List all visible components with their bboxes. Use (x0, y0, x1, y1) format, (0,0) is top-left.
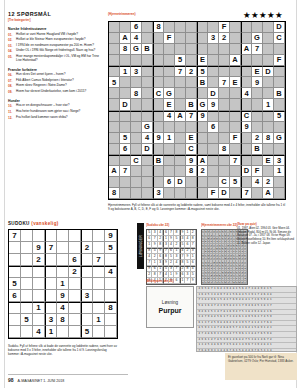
cell (186, 122, 197, 133)
cell (164, 77, 175, 88)
cell (230, 122, 241, 133)
cell: 7 (219, 77, 230, 88)
question-number: 09. (8, 90, 16, 94)
question-number: 01. (8, 33, 16, 37)
cell (142, 88, 153, 99)
question-text: Hun skrev Det annet kjønn – hvem? (16, 73, 65, 77)
cell (153, 122, 164, 133)
cell (230, 66, 241, 77)
cell (274, 44, 285, 55)
cell (109, 66, 120, 77)
cell (197, 177, 208, 188)
cell (9, 314, 21, 326)
sudoku-difficulty: (vanskelig) (31, 221, 58, 226)
solution-sudoku-grid: 5346789126721953481983425678597614234268… (146, 229, 197, 285)
cell (142, 22, 153, 33)
cell (252, 122, 263, 133)
cell (81, 254, 93, 266)
question-number: 02. (8, 38, 16, 42)
cell: 1 (263, 99, 274, 110)
cell: 1 (45, 326, 57, 338)
cell (33, 278, 45, 290)
cell (120, 188, 131, 199)
cell (131, 99, 142, 110)
cell (21, 266, 33, 278)
cell (21, 302, 33, 314)
cell: C (153, 88, 164, 99)
question-text: Hvem har skrevet Underkastelse, som kom … (16, 90, 86, 94)
cell (197, 88, 208, 99)
cell (197, 144, 208, 155)
cell (241, 33, 252, 44)
cell (93, 242, 105, 254)
cell (219, 55, 230, 66)
cell: 5 (9, 278, 21, 290)
cell (186, 33, 197, 44)
cell (45, 302, 57, 314)
cell (9, 242, 21, 254)
cell: D (175, 177, 186, 188)
quiz-question: 03.I 1994 ble en nordmann europamester p… (8, 44, 105, 48)
cell (142, 188, 153, 199)
cell (69, 302, 81, 314)
solution-word-box: Løsning Purpur (146, 286, 194, 328)
question-number: 04. (8, 49, 16, 53)
cell (263, 144, 274, 155)
cell (105, 314, 117, 326)
cell: 9 (153, 133, 164, 144)
cell: B (153, 155, 164, 166)
cell: E (164, 99, 175, 110)
cell: G (131, 44, 142, 55)
cell (175, 188, 186, 199)
cell (219, 166, 230, 177)
cell (186, 188, 197, 199)
cell (45, 254, 57, 266)
question-text: Under OL i 1996 fikk Norge ett friidrett… (16, 49, 95, 53)
cell: G (164, 88, 175, 99)
cell: F (274, 55, 285, 66)
cell: E (230, 77, 241, 88)
cell (230, 99, 241, 110)
cell (230, 88, 241, 99)
cell (230, 188, 241, 199)
cell (109, 144, 120, 155)
grid-9: 79972526724516931485381415 (8, 229, 118, 339)
cell: 6 (69, 254, 81, 266)
cell: 7 (9, 230, 21, 242)
cell (142, 33, 153, 44)
cell (230, 166, 241, 177)
cell: 8 (57, 314, 69, 326)
quiz-question: 08.Hvem skrev Ringeren i Notre-Dame? (8, 84, 105, 88)
cell: 2 (33, 254, 45, 266)
cell (274, 122, 285, 133)
cell: D (208, 88, 219, 99)
cell (81, 278, 93, 290)
cell: 9 (186, 155, 197, 166)
cell (109, 177, 120, 188)
cell (45, 290, 57, 302)
cell: 8 (120, 44, 131, 55)
cell (230, 22, 241, 33)
cell: 6 (164, 177, 175, 188)
cell: 2 (252, 133, 263, 144)
cell: 8 (263, 133, 274, 144)
cell (131, 177, 142, 188)
cell: 4 (241, 88, 252, 99)
cell: E (186, 133, 197, 144)
cell: 6 (208, 122, 219, 133)
cell (131, 111, 142, 122)
question-number: 10. (8, 104, 16, 108)
question-text: Hvilket år vant Hanne Haugland VM i høyd… (16, 33, 78, 37)
cell (274, 144, 285, 155)
cell (274, 177, 285, 188)
brainteaser-label: (Hjernetrimmeren) (108, 12, 136, 16)
cell: D (120, 99, 131, 110)
cell (69, 326, 81, 338)
cell (33, 314, 45, 326)
solutions-tab: LØSNINGER (137, 223, 144, 269)
cell (21, 254, 33, 266)
cell (164, 144, 175, 155)
cell: 3 (274, 155, 285, 166)
cell: 2 (219, 33, 230, 44)
cell: 6 (120, 144, 131, 155)
cell: 7 (45, 242, 57, 254)
cell (263, 88, 274, 99)
cell: D (142, 144, 153, 155)
cell: 2 (263, 177, 274, 188)
cell (142, 77, 153, 88)
cell (197, 44, 208, 55)
cell (252, 22, 263, 33)
cell (208, 133, 219, 144)
cell (21, 278, 33, 290)
cell: 2 (186, 66, 197, 77)
cell (109, 55, 120, 66)
cell: 9 (57, 290, 69, 302)
cell: G (252, 33, 263, 44)
question-text: Fikk Albert Camus Nobelprisen i litterat… (16, 79, 74, 83)
cell: 1 (57, 278, 69, 290)
cell (164, 22, 175, 33)
cell (230, 33, 241, 44)
cell (105, 278, 117, 290)
cell (109, 111, 120, 122)
cell (109, 155, 120, 166)
cell: D (274, 22, 285, 33)
solution-word-label: Løsning (162, 300, 178, 305)
question-number: 11. (8, 110, 16, 114)
quiz-question: 02.Hvilket år ble Steinar Hoen europames… (8, 38, 105, 42)
cell (219, 88, 230, 99)
cell (21, 326, 33, 338)
cell (142, 155, 153, 166)
solution-number-row: 768993142676158249765314 (197, 349, 296, 352)
cell (230, 111, 241, 122)
cell (241, 22, 252, 33)
question-text: Hvilket år ble Steinar Hoen europamester… (16, 38, 85, 42)
cell: A (197, 155, 208, 166)
cell: 5 (230, 177, 241, 188)
cell (9, 326, 21, 338)
cell (131, 77, 142, 88)
cell (208, 66, 219, 77)
cell: E (252, 66, 263, 77)
cell: A (120, 33, 131, 44)
cell: 1 (120, 66, 131, 77)
question-text: I 1994 ble en nordmann europamester på 2… (16, 44, 94, 48)
cell (153, 66, 164, 77)
cell: 6 (9, 290, 21, 302)
cell (197, 22, 208, 33)
question-number: 06. (8, 73, 16, 77)
cell: 4 (142, 133, 153, 144)
cell (45, 278, 57, 290)
cell (175, 33, 186, 44)
cell (9, 302, 21, 314)
cell (208, 111, 219, 122)
cell (175, 122, 186, 133)
cell (69, 290, 81, 302)
cell (33, 230, 45, 242)
brainteaser-note: Hjernetrimmeren. Fyll ut feltene slik at… (108, 204, 286, 212)
cell: 7 (175, 66, 186, 77)
cell: 4 (57, 302, 69, 314)
cell (252, 55, 263, 66)
cell (57, 326, 69, 338)
cell: C (186, 144, 197, 155)
cell (131, 188, 142, 199)
cell (131, 55, 142, 66)
cell (197, 33, 208, 44)
cell (241, 99, 252, 110)
cell (252, 88, 263, 99)
cell (45, 266, 57, 278)
picture-solution-header: (Bildegåten uke 22) (146, 279, 206, 283)
cell (21, 290, 33, 302)
cell (241, 155, 252, 166)
cell (263, 44, 274, 55)
cell (142, 55, 153, 66)
cell: F (252, 166, 263, 177)
cell (219, 133, 230, 144)
question-text: Hva er en dvergschnauzer – hvor stor? (16, 104, 69, 108)
cell (252, 188, 263, 199)
cell (208, 144, 219, 155)
cell: 4 (105, 266, 117, 278)
quiz-question: 11.Hva heter hunderasen som gjeter sau i… (8, 110, 105, 114)
cell (81, 266, 93, 278)
quiz-column: 12 SPØRSMÅL [Tre kategorier] Norske frii… (8, 11, 105, 121)
question-number: 03. (8, 44, 16, 48)
quiz-question: 04.Under OL i 1996 fikk Norge ett friidr… (8, 49, 105, 53)
cell (93, 290, 105, 302)
cell (69, 230, 81, 242)
cell: A (241, 44, 252, 55)
solution-word: Purpur (159, 307, 182, 314)
cell: G (197, 99, 208, 110)
grid-16: 68FDA4F32GC8GBA75EAF13725ED5B7E98CGD4BDE… (108, 21, 286, 200)
quiz-section-heading: Hunder (8, 99, 105, 103)
cell (197, 133, 208, 144)
question-text: Hvem skrev Ringeren i Notre-Dame? (16, 84, 67, 88)
cell (93, 302, 105, 314)
cell: F (164, 33, 175, 44)
cell (274, 188, 285, 199)
cell (208, 77, 219, 88)
quiz-question: 12.Fra hvilket land kommer rasen shiba? (8, 116, 105, 120)
cell: C (219, 177, 230, 188)
cell (153, 99, 164, 110)
cell (142, 111, 153, 122)
sudoku-note: Sudoku. Fyll ut feltene slik at både de … (8, 345, 118, 357)
cell (208, 55, 219, 66)
cell (109, 22, 120, 33)
cell: E (197, 55, 208, 66)
quiz-question: 10.Hva er en dvergschnauzer – hvor stor? (8, 104, 105, 108)
cell: 8 (153, 22, 164, 33)
page-footer: 98A-MAGASINET 1. JUNI 2018 (8, 374, 128, 383)
prize-winners-box: Et gavekort på 500 kr fra Norli går til:… (225, 353, 297, 380)
quiz-section-heading: Franske forfattere (8, 68, 105, 72)
cell (93, 326, 105, 338)
quiz-answers-text: 01. 1997, Aten 02. 1994 03. Geir Moen 04… (237, 227, 297, 245)
cell (109, 88, 120, 99)
cell (208, 166, 219, 177)
cell: B (252, 144, 263, 155)
cell (9, 254, 21, 266)
cell: 2 (81, 242, 93, 254)
cell (241, 55, 252, 66)
cell: 3 (153, 188, 164, 199)
cell (21, 230, 33, 242)
cell (219, 122, 230, 133)
cell (142, 66, 153, 77)
cell (197, 122, 208, 133)
cell (208, 44, 219, 55)
cell: F (208, 188, 219, 199)
cell (219, 99, 230, 110)
solution-number-grid: 4958716239481562738492151625348972156845… (196, 286, 297, 352)
cell (263, 111, 274, 122)
cell (175, 77, 186, 88)
cell (120, 22, 131, 33)
cell: 4 (252, 177, 263, 188)
quiz-question: 07.Fikk Albert Camus Nobelprisen i litte… (8, 79, 105, 83)
cell: 9 (197, 111, 208, 122)
question-text: Hvor mange mesterskapsmedaljer i OL, VM … (16, 55, 105, 63)
cell (105, 254, 117, 266)
cell (164, 66, 175, 77)
quiz-question: 01.Hvilket år vant Hanne Haugland VM i h… (8, 33, 105, 37)
cell (153, 166, 164, 177)
cell: 9 (208, 99, 219, 110)
cell (120, 55, 131, 66)
cell (57, 242, 69, 254)
cell: 5 (81, 326, 93, 338)
difficulty-stars: ★★★★★ (243, 11, 283, 20)
cell: F (244, 281, 247, 284)
cell (81, 314, 93, 326)
cell: 5 (120, 133, 131, 144)
cell: 3 (131, 66, 142, 77)
cell (164, 155, 175, 166)
cell (153, 33, 164, 44)
cell: A (263, 188, 274, 199)
cell (142, 99, 153, 110)
cell (153, 177, 164, 188)
question-number: 07. (8, 79, 16, 83)
page-number: 98 (8, 377, 14, 383)
cell: A (109, 166, 120, 177)
cell: 5 (197, 66, 208, 77)
cell (230, 144, 241, 155)
cell (263, 166, 274, 177)
cell (131, 166, 142, 177)
cell (219, 66, 230, 77)
cell (274, 99, 285, 110)
cell (241, 133, 252, 144)
quiz-section-heading: Norske friidrettsutøvere (8, 27, 105, 31)
cell (69, 314, 81, 326)
cell (109, 122, 120, 133)
cell (153, 55, 164, 66)
cell (186, 177, 197, 188)
cell (175, 88, 186, 99)
question-text: Fra hvilket land kommer rasen shiba? (16, 116, 68, 120)
cell (93, 230, 105, 242)
cell (186, 22, 197, 33)
cell (81, 302, 93, 314)
cell (263, 55, 274, 66)
cell (21, 242, 33, 254)
cell (219, 155, 230, 166)
cell (120, 122, 131, 133)
cell (153, 144, 164, 155)
cell (175, 44, 186, 55)
cell (120, 77, 131, 88)
cell (241, 144, 252, 155)
cell: D (263, 66, 274, 77)
cell (120, 111, 131, 122)
sudoku-header: SUDOKU (vanskelig) (8, 221, 59, 226)
cell: 8 (186, 166, 197, 177)
cell (241, 77, 252, 88)
cell (252, 111, 263, 122)
cell: D (219, 188, 230, 199)
cell: C (131, 155, 142, 166)
quiz-subtitle: [Tre kategorier] (8, 18, 105, 22)
cell (9, 266, 21, 278)
cell (120, 88, 131, 99)
cell: B (274, 88, 285, 99)
cell: 7 (230, 155, 241, 166)
cell: 1 (164, 133, 175, 144)
question-number: 12. (8, 116, 16, 120)
quiz-question: 09.Hvem har skrevet Underkastelse, som k… (8, 90, 105, 94)
cell: 5 (175, 55, 186, 66)
cell: 9 (105, 230, 117, 242)
cell (153, 77, 164, 88)
cell (241, 177, 252, 188)
cell: F (219, 22, 230, 33)
cell: 6 (131, 22, 142, 33)
cell (175, 166, 186, 177)
cell (131, 122, 142, 133)
